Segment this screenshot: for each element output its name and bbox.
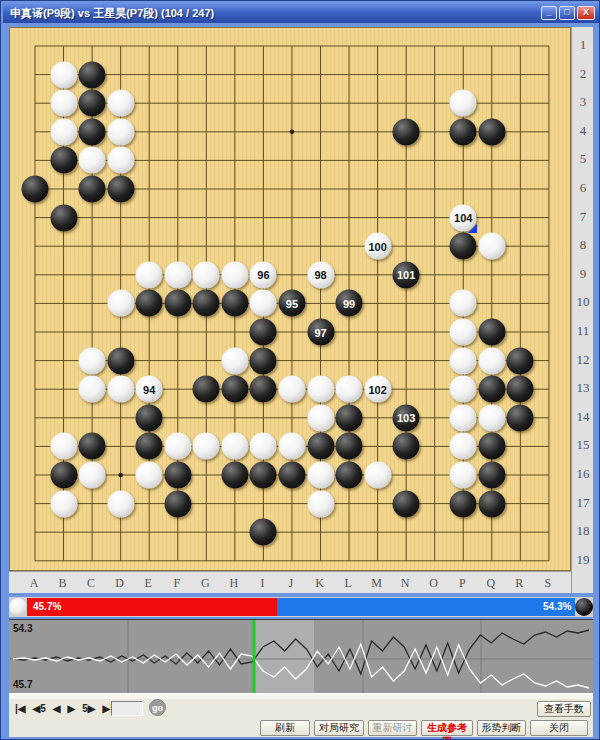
stone-black-A6 [22, 176, 49, 203]
row-label-19: 19 [577, 552, 590, 568]
stone-white-F9 [164, 261, 191, 288]
close-button[interactable]: X [577, 6, 595, 20]
stone-white-P15 [450, 433, 477, 460]
stone-white-D10 [107, 290, 134, 317]
col-label-O: O [429, 576, 438, 591]
go-button[interactable]: go [149, 699, 166, 716]
stone-black-R12 [507, 347, 534, 374]
row-label-13: 13 [577, 380, 590, 396]
row-label-14: 14 [577, 409, 590, 425]
stone-white-H15 [221, 433, 248, 460]
stone-white-M8-move-100: 100 [364, 233, 391, 260]
stone-black-L15 [336, 433, 363, 460]
stone-black-D12 [107, 347, 134, 374]
col-label-I: I [260, 576, 264, 591]
stone-black-C4 [79, 118, 106, 145]
col-label-H: H [230, 576, 239, 591]
move-navigation: |◀◀5◀▶5▶▶| [15, 703, 113, 714]
black-stone-icon [575, 598, 593, 616]
stone-white-I9-move-96: 96 [250, 261, 277, 288]
col-label-L: L [344, 576, 351, 591]
winrate-graph[interactable]: 54.3 45.7 [9, 619, 593, 692]
stone-black-K15 [307, 433, 334, 460]
stone-black-N17 [393, 490, 420, 517]
stone-black-G13 [193, 376, 220, 403]
stone-black-H16 [221, 462, 248, 489]
stone-black-C3 [79, 90, 106, 117]
stone-white-P16 [450, 462, 477, 489]
col-label-N: N [401, 576, 410, 591]
stone-black-L14 [336, 404, 363, 431]
stone-white-P12 [450, 347, 477, 374]
white-stone-icon [9, 598, 27, 616]
row-label-11: 11 [577, 323, 590, 339]
minimize-button[interactable]: _ [541, 6, 557, 20]
white-winrate-label: 45.7% [33, 601, 61, 612]
stone-white-C12 [79, 347, 106, 374]
stone-black-Q4 [478, 118, 505, 145]
stone-white-C13 [79, 376, 106, 403]
column-labels: ABCDEFGHIJKLMNOPQRS [9, 571, 571, 593]
graph-bottom-label: 45.7 [13, 679, 32, 690]
col-label-C: C [87, 576, 95, 591]
stone-white-F15 [164, 433, 191, 460]
col-label-Q: Q [486, 576, 495, 591]
graph-top-label: 54.3 [13, 623, 32, 634]
stone-white-D3 [107, 90, 134, 117]
stone-white-J15 [278, 433, 305, 460]
col-label-B: B [59, 576, 67, 591]
row-label-4: 4 [580, 123, 587, 139]
stone-black-C6 [79, 176, 106, 203]
last-move-marker [468, 224, 477, 233]
white-winrate-segment [27, 598, 277, 616]
stone-white-K17 [307, 490, 334, 517]
stone-white-Q14 [478, 404, 505, 431]
stone-white-B4 [50, 118, 77, 145]
stone-black-E10 [136, 290, 163, 317]
stone-white-M13-move-102: 102 [364, 376, 391, 403]
maximize-button[interactable]: □ [559, 6, 575, 20]
gen-reference-button[interactable]: 生成参考图 [421, 720, 473, 736]
stone-white-L13 [336, 376, 363, 403]
col-label-D: D [115, 576, 124, 591]
col-label-K: K [315, 576, 324, 591]
stone-white-H9 [221, 261, 248, 288]
stone-black-I16 [250, 462, 277, 489]
stone-black-L16 [336, 462, 363, 489]
stone-black-B7 [50, 204, 77, 231]
stone-black-Q15 [478, 433, 505, 460]
view-moves-button[interactable]: 查看手数 [537, 701, 591, 717]
row-label-10: 10 [577, 294, 590, 310]
stone-black-J16 [278, 462, 305, 489]
row-label-9: 9 [580, 266, 587, 282]
stone-black-I12 [250, 347, 277, 374]
panel-divider [9, 694, 593, 699]
stone-white-B15 [50, 433, 77, 460]
stone-black-N14-move-103: 103 [393, 404, 420, 431]
stone-white-Q12 [478, 347, 505, 374]
stone-black-C2 [79, 61, 106, 88]
stone-white-D4 [107, 118, 134, 145]
row-label-7: 7 [580, 209, 587, 225]
stone-white-P10 [450, 290, 477, 317]
col-label-R: R [515, 576, 523, 591]
row-label-18: 18 [577, 523, 590, 539]
stone-black-E14 [136, 404, 163, 431]
nav-fwd1-button[interactable]: ▶ [67, 703, 75, 714]
stone-black-K11-move-97: 97 [307, 319, 334, 346]
control-panel: |◀◀5◀▶5▶▶| go 查看手数 刷新对局研究重新研讨生成参考图形势判断关闭 [9, 693, 593, 737]
stone-black-Q16 [478, 462, 505, 489]
stone-white-P3 [450, 90, 477, 117]
close-button[interactable]: 关闭 [530, 720, 588, 736]
stone-white-D13 [107, 376, 134, 403]
stone-white-D5 [107, 147, 134, 174]
stone-black-E15 [136, 433, 163, 460]
nav-first-button[interactable]: |◀ [15, 703, 26, 714]
re-discuss-button[interactable]: 重新研讨 [368, 720, 417, 736]
stone-white-D17 [107, 490, 134, 517]
stone-white-K9-move-98: 98 [307, 261, 334, 288]
row-label-8: 8 [580, 237, 587, 253]
col-label-A: A [30, 576, 39, 591]
row-label-2: 2 [580, 66, 587, 82]
row-label-1: 1 [580, 37, 587, 53]
stone-white-P13 [450, 376, 477, 403]
stone-white-I10 [250, 290, 277, 317]
stone-white-Q8 [478, 233, 505, 260]
stone-black-D6 [107, 176, 134, 203]
stone-black-I18 [250, 519, 277, 546]
stone-black-B16 [50, 462, 77, 489]
stone-white-E9 [136, 261, 163, 288]
stone-black-L10-move-99: 99 [336, 290, 363, 317]
stone-white-C5 [79, 147, 106, 174]
row-label-3: 3 [580, 94, 587, 110]
stone-white-J13 [278, 376, 305, 403]
stone-white-M16 [364, 462, 391, 489]
row-label-6: 6 [580, 180, 587, 196]
col-label-G: G [201, 576, 210, 591]
row-label-5: 5 [580, 151, 587, 167]
stone-black-R14 [507, 404, 534, 431]
stone-white-K13 [307, 376, 334, 403]
stone-white-K16 [307, 462, 334, 489]
stone-black-C15 [79, 433, 106, 460]
stone-black-F17 [164, 490, 191, 517]
stone-white-E13-move-94: 94 [136, 376, 163, 403]
stone-white-E16 [136, 462, 163, 489]
col-label-S: S [545, 576, 552, 591]
stone-white-B3 [50, 90, 77, 117]
col-label-F: F [173, 576, 180, 591]
col-label-E: E [145, 576, 152, 591]
window-title: 申真谞(P9段) vs 王星昊(P7段) (104 / 247) [10, 6, 214, 21]
row-label-12: 12 [577, 352, 590, 368]
stone-black-Q17 [478, 490, 505, 517]
stone-black-B5 [50, 147, 77, 174]
stone-black-Q11 [478, 319, 505, 346]
stone-white-B2 [50, 61, 77, 88]
stone-black-P4 [450, 118, 477, 145]
stone-black-F16 [164, 462, 191, 489]
stone-white-K14 [307, 404, 334, 431]
go-board[interactable]: 104100969810195999794102103 [9, 27, 571, 571]
nav-fwd5-button[interactable]: 5▶ [82, 703, 95, 714]
game-research-button[interactable]: 对局研究 [314, 720, 364, 736]
col-label-P: P [459, 576, 466, 591]
col-label-J: J [289, 576, 294, 591]
stone-white-G9 [193, 261, 220, 288]
stone-white-P14 [450, 404, 477, 431]
stone-black-N15 [393, 433, 420, 460]
stone-black-J10-move-95: 95 [278, 290, 305, 317]
stone-black-G10 [193, 290, 220, 317]
stone-white-H12 [221, 347, 248, 374]
row-labels: 12345678910111213141516171819 [571, 27, 593, 593]
stone-black-F10 [164, 290, 191, 317]
app-window: 申真谞(P9段) vs 王星昊(P7段) (104 / 247) _ □ X 1… [0, 0, 600, 740]
win-rate-bar: 45.7% 54.3% [9, 597, 593, 617]
stone-black-I13 [250, 376, 277, 403]
col-label-M: M [371, 576, 382, 591]
stone-black-N4 [393, 118, 420, 145]
stone-black-H13 [221, 376, 248, 403]
board-panel: 104100969810195999794102103 ABCDEFGHIJKL… [9, 27, 593, 593]
stone-black-R13 [507, 376, 534, 403]
stone-white-G15 [193, 433, 220, 460]
title-bar[interactable]: 申真谞(P9段) vs 王星昊(P7段) (104 / 247) _ □ X [3, 3, 599, 23]
stone-black-P8 [450, 233, 477, 260]
stone-white-B17 [50, 490, 77, 517]
situation-judge-button[interactable]: 形势判断 [477, 720, 526, 736]
nav-back1-button[interactable]: ◀ [53, 703, 61, 714]
stone-black-I11 [250, 319, 277, 346]
row-label-16: 16 [577, 466, 590, 482]
row-label-17: 17 [577, 495, 590, 511]
stone-white-P11 [450, 319, 477, 346]
stone-black-P17 [450, 490, 477, 517]
move-number-input[interactable] [111, 701, 143, 716]
black-winrate-label: 54.3% [543, 601, 571, 612]
stone-black-Q13 [478, 376, 505, 403]
stone-white-C16 [79, 462, 106, 489]
black-winrate-segment [277, 598, 575, 616]
refresh-button[interactable]: 刷新 [260, 720, 310, 736]
nav-back5-button[interactable]: ◀5 [33, 703, 46, 714]
stone-black-H10 [221, 290, 248, 317]
row-label-15: 15 [577, 437, 590, 453]
stone-black-N9-move-101: 101 [393, 261, 420, 288]
stone-white-I15 [250, 433, 277, 460]
